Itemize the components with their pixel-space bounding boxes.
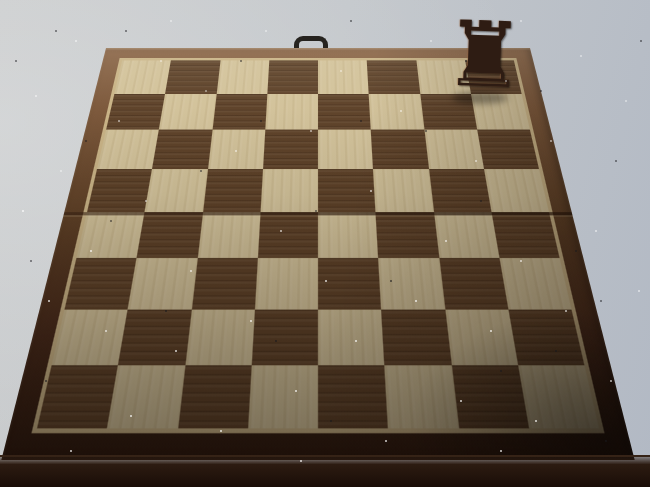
square-c3[interactable]	[191, 258, 257, 309]
square-c1[interactable]	[178, 366, 252, 429]
square-f7[interactable]	[369, 94, 424, 130]
square-f1[interactable]	[385, 366, 459, 429]
square-a2[interactable]	[51, 309, 127, 365]
square-a6[interactable]	[97, 130, 159, 169]
square-g3[interactable]	[439, 258, 508, 309]
square-d6[interactable]	[263, 130, 318, 169]
square-h1[interactable]	[518, 366, 599, 429]
square-c6[interactable]	[208, 130, 266, 169]
square-g6[interactable]	[424, 130, 484, 169]
square-a4[interactable]	[76, 212, 144, 259]
square-b8[interactable]	[165, 60, 220, 93]
photo-noise-dark	[0, 0, 2, 2]
square-f2[interactable]	[381, 309, 451, 365]
square-e8[interactable]	[318, 60, 369, 93]
square-d3[interactable]	[255, 258, 318, 309]
square-a8[interactable]	[114, 60, 171, 93]
square-h2[interactable]	[508, 309, 584, 365]
square-d2[interactable]	[251, 309, 318, 365]
black-rook-piece[interactable]: ♜	[442, 9, 526, 102]
square-d1[interactable]	[248, 366, 318, 429]
square-g1[interactable]	[451, 366, 528, 429]
background-surface: ♜	[0, 0, 650, 487]
square-g5[interactable]	[428, 169, 491, 212]
square-e3[interactable]	[318, 258, 381, 309]
square-a1[interactable]	[37, 366, 118, 429]
square-b5[interactable]	[145, 169, 208, 212]
square-e4[interactable]	[318, 212, 378, 259]
square-d7[interactable]	[265, 94, 318, 130]
square-f5[interactable]	[373, 169, 433, 212]
fold-seam	[63, 212, 572, 215]
square-d8[interactable]	[267, 60, 318, 93]
square-b4[interactable]	[137, 212, 203, 259]
square-f6[interactable]	[371, 130, 429, 169]
square-e1[interactable]	[318, 366, 388, 429]
board-inner-border	[31, 58, 604, 433]
square-e7[interactable]	[318, 94, 371, 130]
square-b1[interactable]	[107, 366, 184, 429]
square-h6[interactable]	[477, 130, 539, 169]
square-g4[interactable]	[433, 212, 499, 259]
square-c4[interactable]	[197, 212, 260, 259]
square-h4[interactable]	[491, 212, 559, 259]
square-b6[interactable]	[152, 130, 212, 169]
square-e5[interactable]	[318, 169, 376, 212]
square-d5[interactable]	[260, 169, 318, 212]
photo-noise-white	[0, 0, 2, 2]
board-grid	[37, 60, 599, 428]
square-g2[interactable]	[445, 309, 518, 365]
square-a5[interactable]	[87, 169, 152, 212]
square-f8[interactable]	[367, 60, 420, 93]
square-f3[interactable]	[378, 258, 444, 309]
chessboard	[1, 48, 634, 460]
square-h3[interactable]	[499, 258, 571, 309]
square-b2[interactable]	[118, 309, 191, 365]
square-c7[interactable]	[212, 94, 267, 130]
square-h5[interactable]	[484, 169, 549, 212]
square-a3[interactable]	[65, 258, 137, 309]
square-e6[interactable]	[318, 130, 373, 169]
square-e2[interactable]	[318, 309, 385, 365]
square-b7[interactable]	[159, 94, 216, 130]
board-frame	[1, 48, 634, 460]
square-c2[interactable]	[185, 309, 255, 365]
square-a7[interactable]	[106, 94, 165, 130]
square-f4[interactable]	[376, 212, 439, 259]
board-front-edge	[0, 455, 650, 487]
square-d4[interactable]	[258, 212, 318, 259]
square-c5[interactable]	[203, 169, 263, 212]
square-c8[interactable]	[216, 60, 269, 93]
square-b3[interactable]	[128, 258, 197, 309]
